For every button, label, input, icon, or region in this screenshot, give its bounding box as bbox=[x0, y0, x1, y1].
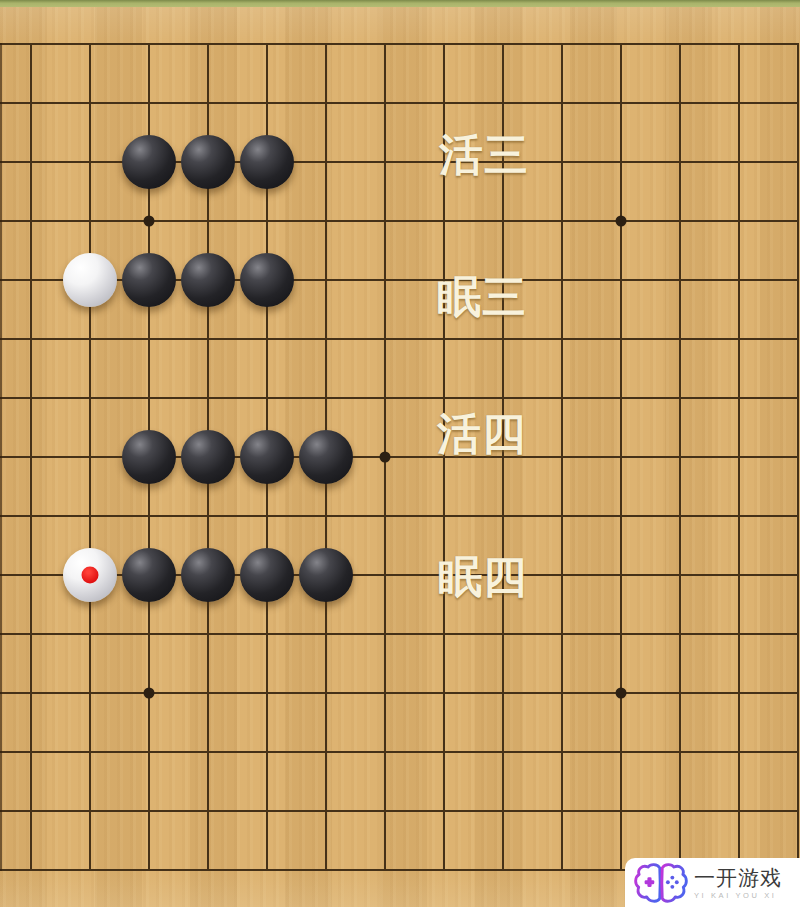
black-stone bbox=[181, 135, 235, 189]
board-top-edge-strip bbox=[0, 0, 800, 7]
black-stone bbox=[181, 548, 235, 602]
black-stone bbox=[240, 548, 294, 602]
black-stone bbox=[181, 253, 235, 307]
pattern-label: 活三 bbox=[439, 126, 529, 185]
pattern-label: 活四 bbox=[437, 405, 527, 464]
black-stone bbox=[299, 548, 353, 602]
star-point bbox=[616, 216, 627, 227]
watermark-card: 一开游戏 YI KAI YOU XI bbox=[625, 858, 800, 907]
brand-name: 一开游戏 bbox=[694, 866, 782, 890]
black-stone bbox=[122, 548, 176, 602]
star-point bbox=[616, 688, 627, 699]
black-stone bbox=[240, 430, 294, 484]
black-stone bbox=[122, 430, 176, 484]
black-stone bbox=[240, 253, 294, 307]
black-stone bbox=[122, 135, 176, 189]
star-point bbox=[144, 688, 155, 699]
black-stone bbox=[240, 135, 294, 189]
left-crop-edge-line bbox=[0, 43, 2, 871]
pattern-label: 眠四 bbox=[438, 548, 528, 607]
red-dot-marker bbox=[82, 567, 99, 584]
watermark-text-block: 一开游戏 YI KAI YOU XI bbox=[694, 866, 782, 900]
black-stone bbox=[122, 253, 176, 307]
board-grid-lines bbox=[0, 43, 799, 871]
brand-subtitle: YI KAI YOU XI bbox=[694, 891, 782, 900]
pattern-label: 眠三 bbox=[437, 268, 527, 327]
white-stone bbox=[63, 253, 117, 307]
gomoku-tutorial-board: 活三眠三活四眠四 一开游戏 YI KAI YOU XI bbox=[0, 0, 800, 907]
star-point bbox=[144, 216, 155, 227]
white-stone bbox=[63, 548, 117, 602]
brain-gamepad-icon bbox=[634, 862, 688, 904]
black-stone bbox=[299, 430, 353, 484]
star-point bbox=[380, 452, 391, 463]
black-stone bbox=[181, 430, 235, 484]
